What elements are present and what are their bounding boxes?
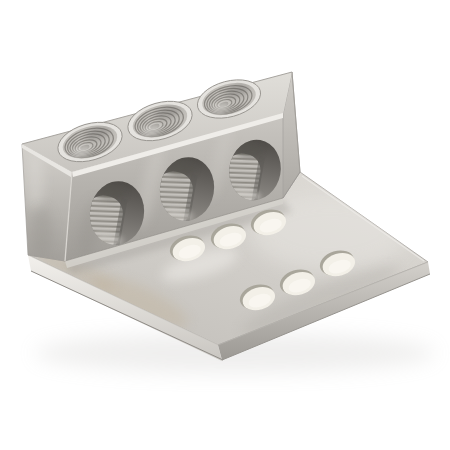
product-photo: Overhead studio photograph of a silver m… (0, 0, 450, 450)
lug-connector-illustration (0, 0, 450, 450)
